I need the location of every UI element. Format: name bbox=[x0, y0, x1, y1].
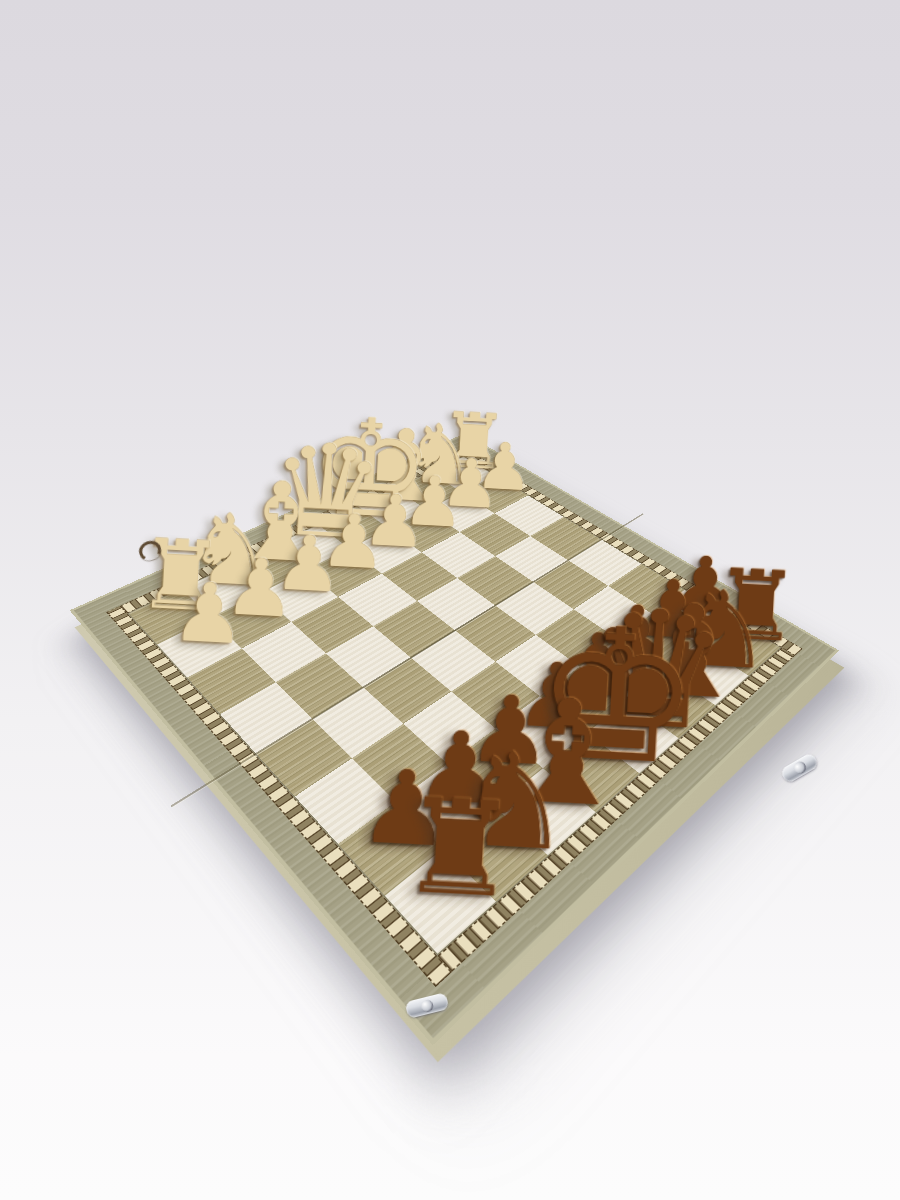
metal-clasp-right-icon[interactable] bbox=[779, 752, 819, 784]
chess-board-grid: ♜♞♝♛♚♝♞♜♟♟♟♟♟♟♟♟♟♟♟♟♟♟♟♟♜♞♝♚♛♝♞♜ bbox=[129, 457, 780, 954]
photo-scene: ♜♞♝♛♚♝♞♜♟♟♟♟♟♟♟♟♟♟♟♟♟♟♟♟♜♞♝♚♛♝♞♜ bbox=[0, 0, 900, 1200]
chess-board: ♜♞♝♛♚♝♞♜♟♟♟♟♟♟♟♟♟♟♟♟♟♟♟♟♜♞♝♚♛♝♞♜ bbox=[70, 433, 840, 1045]
clasp-knob-icon bbox=[791, 760, 807, 776]
black-rook[interactable]: ♜ bbox=[397, 781, 521, 918]
white-pawn[interactable]: ♟ bbox=[170, 571, 248, 657]
clasp-knob-icon bbox=[420, 998, 435, 1013]
